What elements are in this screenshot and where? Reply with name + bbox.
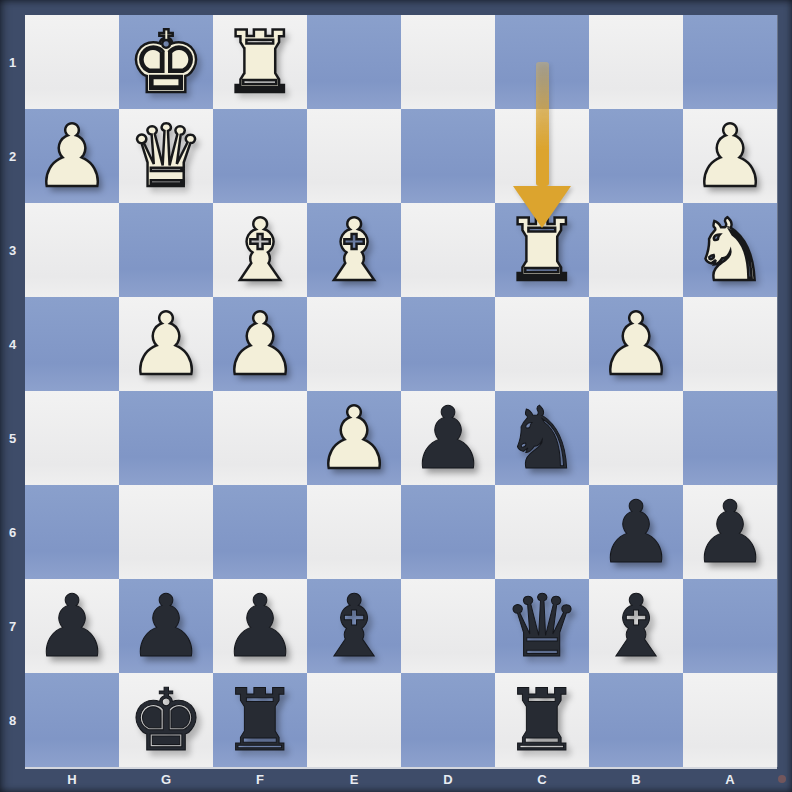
square-e7[interactable]: ♝ bbox=[307, 579, 401, 673]
square-d2[interactable] bbox=[401, 109, 495, 203]
white-p-piece-f4[interactable]: ♟ bbox=[213, 297, 307, 391]
square-f2[interactable] bbox=[213, 109, 307, 203]
black-p-piece-g7[interactable]: ♟ bbox=[119, 579, 213, 673]
square-b8[interactable] bbox=[589, 673, 683, 767]
square-g7[interactable]: ♟ bbox=[119, 579, 213, 673]
black-q-piece-c7[interactable]: ♛ bbox=[495, 579, 589, 673]
square-f8[interactable]: ♜ bbox=[213, 673, 307, 767]
black-b-piece-b7[interactable]: ♝ bbox=[589, 579, 683, 673]
rank-label-2: 2 bbox=[0, 109, 25, 203]
black-r-piece-f8[interactable]: ♜ bbox=[213, 673, 307, 767]
file-label-G: G bbox=[119, 767, 213, 792]
rank-label-8: 8 bbox=[0, 673, 25, 767]
square-b6[interactable]: ♟ bbox=[589, 485, 683, 579]
square-b5[interactable] bbox=[589, 391, 683, 485]
square-g1[interactable]: ♚ bbox=[119, 15, 213, 109]
square-h4[interactable] bbox=[25, 297, 119, 391]
square-e8[interactable] bbox=[307, 673, 401, 767]
square-e6[interactable] bbox=[307, 485, 401, 579]
square-g3[interactable] bbox=[119, 203, 213, 297]
square-a8[interactable] bbox=[683, 673, 777, 767]
white-q-piece-g2[interactable]: ♛ bbox=[119, 109, 213, 203]
rank-labels: 12345678 bbox=[0, 15, 25, 767]
square-b2[interactable] bbox=[589, 109, 683, 203]
square-a1[interactable] bbox=[683, 15, 777, 109]
square-b1[interactable] bbox=[589, 15, 683, 109]
square-b7[interactable]: ♝ bbox=[589, 579, 683, 673]
white-k-piece-g1[interactable]: ♚ bbox=[119, 15, 213, 109]
corner-dot bbox=[778, 775, 786, 783]
black-b-piece-e7[interactable]: ♝ bbox=[307, 579, 401, 673]
white-n-piece-a3[interactable]: ♞ bbox=[683, 203, 777, 297]
white-p-piece-e5[interactable]: ♟ bbox=[307, 391, 401, 485]
square-f7[interactable]: ♟ bbox=[213, 579, 307, 673]
square-d7[interactable] bbox=[401, 579, 495, 673]
square-b3[interactable] bbox=[589, 203, 683, 297]
square-d1[interactable] bbox=[401, 15, 495, 109]
white-b-piece-f3[interactable]: ♝ bbox=[213, 203, 307, 297]
chessboard-app: ♚♜♟♛♟♝♝♜♞♟♟♟♟♟♞♟♟♟♟♟♝♛♝♚♜♜ 12345678 HGFE… bbox=[0, 0, 792, 792]
white-p-piece-b4[interactable]: ♟ bbox=[589, 297, 683, 391]
square-h1[interactable] bbox=[25, 15, 119, 109]
square-d8[interactable] bbox=[401, 673, 495, 767]
black-p-piece-b6[interactable]: ♟ bbox=[589, 485, 683, 579]
square-d6[interactable] bbox=[401, 485, 495, 579]
black-p-piece-f7[interactable]: ♟ bbox=[213, 579, 307, 673]
black-k-piece-g8[interactable]: ♚ bbox=[119, 673, 213, 767]
file-label-F: F bbox=[213, 767, 307, 792]
square-d4[interactable] bbox=[401, 297, 495, 391]
file-label-D: D bbox=[401, 767, 495, 792]
square-a4[interactable] bbox=[683, 297, 777, 391]
square-g5[interactable] bbox=[119, 391, 213, 485]
file-label-E: E bbox=[307, 767, 401, 792]
square-c7[interactable]: ♛ bbox=[495, 579, 589, 673]
square-g6[interactable] bbox=[119, 485, 213, 579]
square-h5[interactable] bbox=[25, 391, 119, 485]
file-label-A: A bbox=[683, 767, 777, 792]
square-c6[interactable] bbox=[495, 485, 589, 579]
square-a6[interactable]: ♟ bbox=[683, 485, 777, 579]
rank-label-3: 3 bbox=[0, 203, 25, 297]
square-e2[interactable] bbox=[307, 109, 401, 203]
black-p-piece-a6[interactable]: ♟ bbox=[683, 485, 777, 579]
square-d3[interactable] bbox=[401, 203, 495, 297]
square-f4[interactable]: ♟ bbox=[213, 297, 307, 391]
square-h8[interactable] bbox=[25, 673, 119, 767]
white-r-piece-f1[interactable]: ♜ bbox=[213, 15, 307, 109]
square-h3[interactable] bbox=[25, 203, 119, 297]
square-e4[interactable] bbox=[307, 297, 401, 391]
black-p-piece-d5[interactable]: ♟ bbox=[401, 391, 495, 485]
square-a3[interactable]: ♞ bbox=[683, 203, 777, 297]
white-p-piece-g4[interactable]: ♟ bbox=[119, 297, 213, 391]
square-e5[interactable]: ♟ bbox=[307, 391, 401, 485]
black-r-piece-c8[interactable]: ♜ bbox=[495, 673, 589, 767]
square-f1[interactable]: ♜ bbox=[213, 15, 307, 109]
file-label-C: C bbox=[495, 767, 589, 792]
white-b-piece-e3[interactable]: ♝ bbox=[307, 203, 401, 297]
square-e1[interactable] bbox=[307, 15, 401, 109]
square-f6[interactable] bbox=[213, 485, 307, 579]
board: ♚♜♟♛♟♝♝♜♞♟♟♟♟♟♞♟♟♟♟♟♝♛♝♚♜♜ bbox=[25, 15, 777, 767]
square-g2[interactable]: ♛ bbox=[119, 109, 213, 203]
black-n-piece-c5[interactable]: ♞ bbox=[495, 391, 589, 485]
square-d5[interactable]: ♟ bbox=[401, 391, 495, 485]
square-h6[interactable] bbox=[25, 485, 119, 579]
move-arrow-shaft bbox=[536, 62, 549, 186]
square-f5[interactable] bbox=[213, 391, 307, 485]
rank-label-5: 5 bbox=[0, 391, 25, 485]
square-a5[interactable] bbox=[683, 391, 777, 485]
square-h2[interactable]: ♟ bbox=[25, 109, 119, 203]
square-f3[interactable]: ♝ bbox=[213, 203, 307, 297]
white-p-piece-a2[interactable]: ♟ bbox=[683, 109, 777, 203]
square-g4[interactable]: ♟ bbox=[119, 297, 213, 391]
square-e3[interactable]: ♝ bbox=[307, 203, 401, 297]
file-label-H: H bbox=[25, 767, 119, 792]
square-a7[interactable] bbox=[683, 579, 777, 673]
square-c8[interactable]: ♜ bbox=[495, 673, 589, 767]
rank-label-4: 4 bbox=[0, 297, 25, 391]
rank-label-7: 7 bbox=[0, 579, 25, 673]
file-labels: HGFEDCBA bbox=[25, 767, 777, 792]
rank-label-1: 1 bbox=[0, 15, 25, 109]
square-g8[interactable]: ♚ bbox=[119, 673, 213, 767]
square-c4[interactable] bbox=[495, 297, 589, 391]
square-h7[interactable]: ♟ bbox=[25, 579, 119, 673]
rank-label-6: 6 bbox=[0, 485, 25, 579]
black-p-piece-h7[interactable]: ♟ bbox=[25, 579, 119, 673]
move-arrow-head-icon bbox=[513, 186, 571, 228]
square-b4[interactable]: ♟ bbox=[589, 297, 683, 391]
white-p-piece-h2[interactable]: ♟ bbox=[25, 109, 119, 203]
square-a2[interactable]: ♟ bbox=[683, 109, 777, 203]
square-c5[interactable]: ♞ bbox=[495, 391, 589, 485]
file-label-B: B bbox=[589, 767, 683, 792]
